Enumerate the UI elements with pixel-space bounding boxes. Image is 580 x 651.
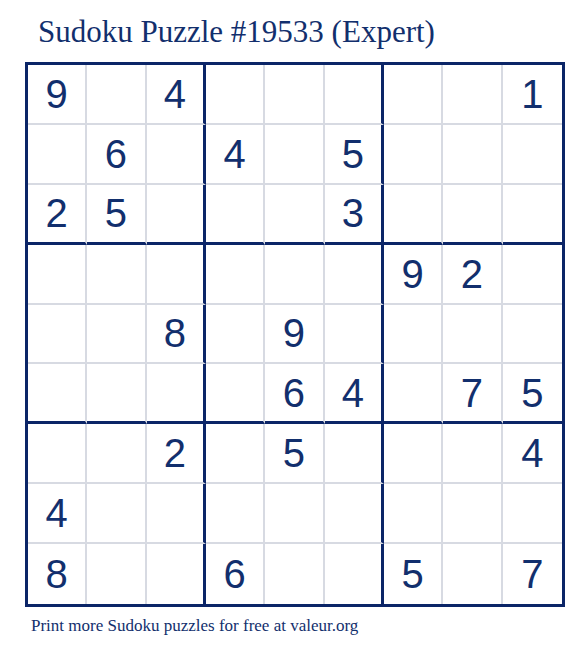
cell-r7c7 [384, 424, 443, 484]
cell-r8c5 [265, 484, 324, 544]
cell-r9c6 [325, 544, 384, 604]
cell-r5c6 [325, 305, 384, 365]
cell-r9c1: 8 [28, 544, 87, 604]
cell-r1c2 [87, 65, 146, 125]
cell-r3c8 [443, 185, 502, 245]
cell-r2c3 [147, 125, 206, 185]
cell-r6c4 [206, 364, 265, 424]
cell-r1c3: 4 [147, 65, 206, 125]
cell-r7c1 [28, 424, 87, 484]
cell-r3c3 [147, 185, 206, 245]
cell-r4c5 [265, 245, 324, 305]
cell-r2c6: 5 [325, 125, 384, 185]
cell-r8c7 [384, 484, 443, 544]
cell-r6c1 [28, 364, 87, 424]
cell-r9c8 [443, 544, 502, 604]
cell-r5c4 [206, 305, 265, 365]
cell-r4c1 [28, 245, 87, 305]
cell-r3c2: 5 [87, 185, 146, 245]
cell-r3c7 [384, 185, 443, 245]
cell-r4c9 [503, 245, 562, 305]
cell-r6c8: 7 [443, 364, 502, 424]
cell-r6c2 [87, 364, 146, 424]
cell-r9c3 [147, 544, 206, 604]
cell-r8c1: 4 [28, 484, 87, 544]
cell-r6c9: 5 [503, 364, 562, 424]
page-title: Sudoku Puzzle #19533 (Expert) [38, 14, 435, 50]
cell-r1c5 [265, 65, 324, 125]
cell-r5c9 [503, 305, 562, 365]
cell-r8c8 [443, 484, 502, 544]
cell-r6c6: 4 [325, 364, 384, 424]
cell-r5c5: 9 [265, 305, 324, 365]
cell-r9c7: 5 [384, 544, 443, 604]
cell-r3c9 [503, 185, 562, 245]
cell-r5c1 [28, 305, 87, 365]
cell-r6c3 [147, 364, 206, 424]
cell-r3c4 [206, 185, 265, 245]
cell-r1c1: 9 [28, 65, 87, 125]
cell-r2c7 [384, 125, 443, 185]
cell-r8c9 [503, 484, 562, 544]
cell-r3c1: 2 [28, 185, 87, 245]
footer-note: Print more Sudoku puzzles for free at va… [31, 616, 358, 636]
cell-r7c9: 4 [503, 424, 562, 484]
cell-r9c2 [87, 544, 146, 604]
cell-r4c2 [87, 245, 146, 305]
cell-r4c6 [325, 245, 384, 305]
cell-r1c6 [325, 65, 384, 125]
cell-r5c7 [384, 305, 443, 365]
cell-r7c3: 2 [147, 424, 206, 484]
cell-r4c4 [206, 245, 265, 305]
cell-r1c9: 1 [503, 65, 562, 125]
cell-r1c7 [384, 65, 443, 125]
cell-r8c2 [87, 484, 146, 544]
cell-r1c8 [443, 65, 502, 125]
cell-r2c9 [503, 125, 562, 185]
cell-r4c3 [147, 245, 206, 305]
cell-r7c8 [443, 424, 502, 484]
cell-r2c4: 4 [206, 125, 265, 185]
cell-r2c5 [265, 125, 324, 185]
cell-r6c5: 6 [265, 364, 324, 424]
cell-r8c3 [147, 484, 206, 544]
cell-r4c7: 9 [384, 245, 443, 305]
cell-r1c4 [206, 65, 265, 125]
cell-r5c2 [87, 305, 146, 365]
cell-r2c1 [28, 125, 87, 185]
cell-r7c4 [206, 424, 265, 484]
cell-r9c4: 6 [206, 544, 265, 604]
sudoku-board: 9416452539289647525448657 [25, 62, 565, 607]
cell-r9c5 [265, 544, 324, 604]
cell-r6c7 [384, 364, 443, 424]
cell-r7c2 [87, 424, 146, 484]
cell-r9c9: 7 [503, 544, 562, 604]
cell-r7c6 [325, 424, 384, 484]
cell-r5c8 [443, 305, 502, 365]
cell-r3c6: 3 [325, 185, 384, 245]
cell-r3c5 [265, 185, 324, 245]
cell-r8c6 [325, 484, 384, 544]
cell-r2c2: 6 [87, 125, 146, 185]
cell-r4c8: 2 [443, 245, 502, 305]
cell-r8c4 [206, 484, 265, 544]
cell-r5c3: 8 [147, 305, 206, 365]
sudoku-page: Sudoku Puzzle #19533 (Expert) 9416452539… [0, 0, 580, 651]
cell-r2c8 [443, 125, 502, 185]
cell-r7c5: 5 [265, 424, 324, 484]
